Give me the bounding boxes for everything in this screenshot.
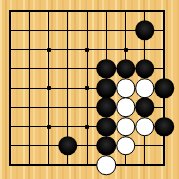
star-point <box>47 48 51 52</box>
stone-white <box>97 155 117 175</box>
stone-white <box>135 117 155 137</box>
star-point <box>85 48 89 52</box>
stone-black <box>97 117 117 137</box>
stone-black <box>135 59 155 79</box>
stone-white <box>116 136 136 156</box>
stone-black <box>154 117 174 137</box>
go-board[interactable] <box>0 0 179 179</box>
stone-black <box>97 98 117 118</box>
star-point <box>47 125 51 129</box>
stone-black <box>154 78 174 98</box>
stone-black <box>97 59 117 79</box>
stone-black <box>135 21 155 41</box>
star-point <box>85 125 89 129</box>
star-point <box>85 86 89 90</box>
stone-black <box>97 78 117 98</box>
stone-white <box>116 98 136 118</box>
stone-black <box>58 136 78 156</box>
star-point <box>47 86 51 90</box>
stone-white <box>135 78 155 98</box>
star-point <box>124 48 128 52</box>
stone-black <box>135 98 155 118</box>
stone-white <box>116 78 136 98</box>
stone-black <box>116 59 136 79</box>
grid-line-horizontal <box>10 145 164 146</box>
stone-white <box>116 117 136 137</box>
stone-black <box>97 136 117 156</box>
